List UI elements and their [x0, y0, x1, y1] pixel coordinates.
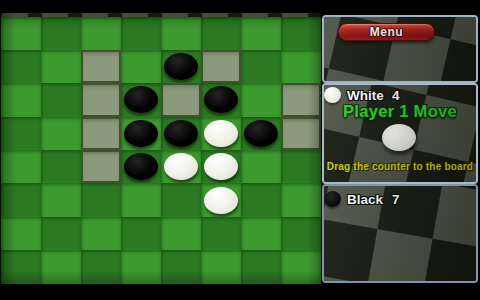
cell-3-3: [121, 117, 161, 150]
cell-6-7: [281, 217, 321, 250]
cell-4-2-valid-move[interactable]: [81, 150, 121, 183]
drag-counter[interactable]: [382, 124, 416, 151]
black-disc: [204, 86, 238, 113]
cell-4-4: [161, 150, 201, 183]
black-disc: [124, 153, 158, 180]
black-score-count: 7: [392, 192, 400, 207]
cell-3-6: [241, 117, 281, 150]
cell-1-3: [121, 50, 161, 83]
black-score-label: Black: [347, 192, 383, 207]
black-disc: [124, 120, 158, 147]
cell-5-4: [161, 183, 201, 216]
cell-7-6: [241, 250, 281, 283]
cell-1-6: [241, 50, 281, 83]
cell-0-7: [281, 17, 321, 50]
cell-5-3: [121, 183, 161, 216]
menu-panel: Menu: [322, 15, 478, 83]
black-score-panel: Black 7: [322, 184, 478, 283]
black-disc: [164, 53, 198, 80]
cell-7-0: [1, 250, 41, 283]
cell-7-3: [121, 250, 161, 283]
cell-2-6: [241, 83, 281, 116]
cell-7-2: [81, 250, 121, 283]
board-grid: [1, 17, 321, 284]
cell-2-2-valid-move[interactable]: [81, 83, 121, 116]
cell-4-3: [121, 150, 161, 183]
black-score-row: Black 7: [324, 191, 476, 209]
cell-6-5: [201, 217, 241, 250]
black-disc: [244, 120, 278, 147]
cell-3-5: [201, 117, 241, 150]
white-disc: [164, 153, 198, 180]
cell-2-7-valid-move[interactable]: [281, 83, 321, 116]
cell-5-6: [241, 183, 281, 216]
cell-3-2-valid-move[interactable]: [81, 117, 121, 150]
cell-5-1: [41, 183, 81, 216]
cell-1-2-valid-move[interactable]: [81, 50, 121, 83]
reversi-board[interactable]: [0, 13, 321, 284]
white-disc-icon: [324, 87, 341, 103]
letterbox-bottom: [0, 284, 480, 300]
cell-2-4-valid-move[interactable]: [161, 83, 201, 116]
reversi-game-screen: Menu White 4 Player 1 Move Drag the coun…: [0, 0, 480, 300]
white-score-count: 4: [392, 88, 400, 103]
cell-3-7-valid-move[interactable]: [281, 117, 321, 150]
cell-6-6: [241, 217, 281, 250]
cell-4-0: [1, 150, 41, 183]
white-disc: [204, 153, 238, 180]
cell-2-5: [201, 83, 241, 116]
cell-6-1: [41, 217, 81, 250]
black-disc: [124, 86, 158, 113]
cell-5-7: [281, 183, 321, 216]
cell-0-4: [161, 17, 201, 50]
cell-1-7: [281, 50, 321, 83]
cell-6-4: [161, 217, 201, 250]
cell-5-5: [201, 183, 241, 216]
cell-0-3: [121, 17, 161, 50]
cell-1-0: [1, 50, 41, 83]
cell-1-4: [161, 50, 201, 83]
cell-4-6: [241, 150, 281, 183]
drag-instruction: Drag the counter to the board: [324, 161, 476, 172]
cell-4-1: [41, 150, 81, 183]
cell-4-5: [201, 150, 241, 183]
cell-5-2: [81, 183, 121, 216]
white-score-label: White: [347, 88, 384, 103]
cell-0-0: [1, 17, 41, 50]
cell-0-2: [81, 17, 121, 50]
black-disc-icon: [324, 191, 341, 207]
cell-3-1: [41, 117, 81, 150]
cell-6-2: [81, 217, 121, 250]
cell-2-0: [1, 83, 41, 116]
cell-5-0: [1, 183, 41, 216]
cell-1-1: [41, 50, 81, 83]
turn-indicator: Player 1 Move: [324, 102, 476, 121]
white-disc: [204, 187, 238, 214]
cell-2-3: [121, 83, 161, 116]
turn-panel: White 4 Player 1 Move Drag the counter t…: [322, 83, 478, 184]
cell-6-3: [121, 217, 161, 250]
cell-1-5-valid-move[interactable]: [201, 50, 241, 83]
cell-4-7: [281, 150, 321, 183]
white-disc: [204, 120, 238, 147]
cell-0-6: [241, 17, 281, 50]
cell-2-1: [41, 83, 81, 116]
cell-3-4: [161, 117, 201, 150]
letterbox-top: [0, 0, 480, 13]
cell-0-5: [201, 17, 241, 50]
cell-7-7: [281, 250, 321, 283]
cell-7-4: [161, 250, 201, 283]
menu-button-label: Menu: [370, 25, 403, 39]
cell-7-5: [201, 250, 241, 283]
menu-button[interactable]: Menu: [338, 23, 435, 41]
cell-0-1: [41, 17, 81, 50]
cell-7-1: [41, 250, 81, 283]
sidebar: Menu White 4 Player 1 Move Drag the coun…: [321, 13, 480, 284]
black-disc: [164, 120, 198, 147]
cell-6-0: [1, 217, 41, 250]
cell-3-0: [1, 117, 41, 150]
